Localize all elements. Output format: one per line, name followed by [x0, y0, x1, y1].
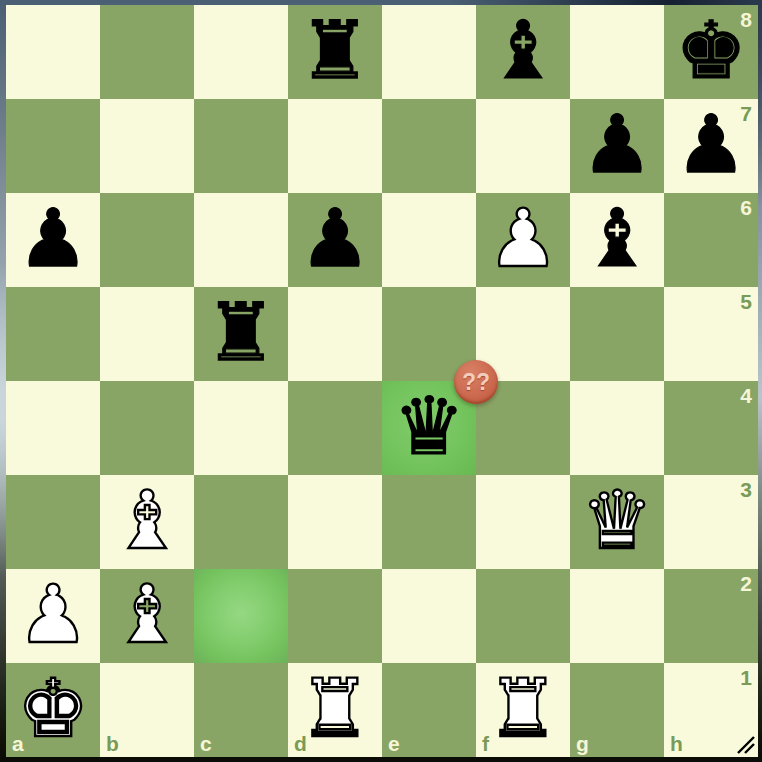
- square-h2[interactable]: 2: [664, 569, 758, 663]
- black-king[interactable]: ♚: [664, 5, 758, 99]
- square-d5[interactable]: [288, 287, 382, 381]
- square-b3[interactable]: ♝: [100, 475, 194, 569]
- rank-label-4: 4: [740, 385, 752, 406]
- square-g2[interactable]: [570, 569, 664, 663]
- app-background: { "game": "chess", "position": "3r1b1k/6…: [0, 0, 762, 762]
- white-bishop[interactable]: ♝: [100, 475, 194, 569]
- file-label-h: h: [670, 733, 683, 754]
- square-c5[interactable]: ♜: [194, 287, 288, 381]
- square-d7[interactable]: [288, 99, 382, 193]
- file-label-g: g: [576, 733, 589, 754]
- square-a1[interactable]: ♚a: [6, 663, 100, 757]
- white-queen[interactable]: ♛: [570, 475, 664, 569]
- square-a2[interactable]: ♟: [6, 569, 100, 663]
- black-bishop[interactable]: ♝: [570, 193, 664, 287]
- rank-label-2: 2: [740, 573, 752, 594]
- square-c6[interactable]: [194, 193, 288, 287]
- square-d3[interactable]: [288, 475, 382, 569]
- square-g5[interactable]: [570, 287, 664, 381]
- square-e6[interactable]: [382, 193, 476, 287]
- white-pawn[interactable]: ♟: [476, 193, 570, 287]
- square-g4[interactable]: [570, 381, 664, 475]
- blunder-annotation-badge: ??: [454, 360, 498, 404]
- white-bishop[interactable]: ♝: [100, 569, 194, 663]
- square-b4[interactable]: [100, 381, 194, 475]
- square-h1[interactable]: 1h: [664, 663, 758, 757]
- square-f1[interactable]: ♜f: [476, 663, 570, 757]
- black-pawn[interactable]: ♟: [570, 99, 664, 193]
- file-label-c: c: [200, 733, 212, 754]
- square-h5[interactable]: 5: [664, 287, 758, 381]
- file-label-b: b: [106, 733, 119, 754]
- square-f3[interactable]: [476, 475, 570, 569]
- rank-label-3: 3: [740, 479, 752, 500]
- square-h7[interactable]: ♟7: [664, 99, 758, 193]
- square-h4[interactable]: 4: [664, 381, 758, 475]
- square-a7[interactable]: [6, 99, 100, 193]
- square-e8[interactable]: [382, 5, 476, 99]
- black-bishop[interactable]: ♝: [476, 5, 570, 99]
- square-f7[interactable]: [476, 99, 570, 193]
- square-e3[interactable]: [382, 475, 476, 569]
- square-g6[interactable]: ♝: [570, 193, 664, 287]
- square-d8[interactable]: ♜: [288, 5, 382, 99]
- square-e4[interactable]: ♛??: [382, 381, 476, 475]
- square-d6[interactable]: ♟: [288, 193, 382, 287]
- square-a6[interactable]: ♟: [6, 193, 100, 287]
- square-b8[interactable]: [100, 5, 194, 99]
- chess-board: ♜♝♚8♟♟7♟♟♟♝6♜5♛??4♝♛3♟♝2♚abc♜de♜fg1h: [6, 5, 758, 757]
- square-h6[interactable]: 6: [664, 193, 758, 287]
- square-b6[interactable]: [100, 193, 194, 287]
- square-d4[interactable]: [288, 381, 382, 475]
- square-g7[interactable]: ♟: [570, 99, 664, 193]
- black-rook[interactable]: ♜: [288, 5, 382, 99]
- square-a5[interactable]: [6, 287, 100, 381]
- rank-label-5: 5: [740, 291, 752, 312]
- square-b7[interactable]: [100, 99, 194, 193]
- white-king[interactable]: ♚: [6, 663, 100, 757]
- square-c2[interactable]: [194, 569, 288, 663]
- square-c3[interactable]: [194, 475, 288, 569]
- file-label-e: e: [388, 733, 400, 754]
- square-e7[interactable]: [382, 99, 476, 193]
- square-b1[interactable]: b: [100, 663, 194, 757]
- white-pawn[interactable]: ♟: [6, 569, 100, 663]
- square-a3[interactable]: [6, 475, 100, 569]
- square-d2[interactable]: [288, 569, 382, 663]
- square-g8[interactable]: [570, 5, 664, 99]
- white-rook[interactable]: ♜: [288, 663, 382, 757]
- square-e2[interactable]: [382, 569, 476, 663]
- square-g1[interactable]: g: [570, 663, 664, 757]
- rank-label-1: 1: [740, 667, 752, 688]
- square-c1[interactable]: c: [194, 663, 288, 757]
- square-h3[interactable]: 3: [664, 475, 758, 569]
- square-c7[interactable]: [194, 99, 288, 193]
- black-rook[interactable]: ♜: [194, 287, 288, 381]
- square-f6[interactable]: ♟: [476, 193, 570, 287]
- square-b5[interactable]: [100, 287, 194, 381]
- square-h8[interactable]: ♚8: [664, 5, 758, 99]
- black-pawn[interactable]: ♟: [6, 193, 100, 287]
- black-pawn[interactable]: ♟: [664, 99, 758, 193]
- square-d1[interactable]: ♜d: [288, 663, 382, 757]
- square-f8[interactable]: ♝: [476, 5, 570, 99]
- square-g3[interactable]: ♛: [570, 475, 664, 569]
- square-f2[interactable]: [476, 569, 570, 663]
- black-pawn[interactable]: ♟: [288, 193, 382, 287]
- square-c8[interactable]: [194, 5, 288, 99]
- square-b2[interactable]: ♝: [100, 569, 194, 663]
- square-e1[interactable]: e: [382, 663, 476, 757]
- white-rook[interactable]: ♜: [476, 663, 570, 757]
- rank-label-6: 6: [740, 197, 752, 218]
- square-a8[interactable]: [6, 5, 100, 99]
- board-resize-handle-icon[interactable]: [735, 734, 755, 754]
- square-c4[interactable]: [194, 381, 288, 475]
- square-a4[interactable]: [6, 381, 100, 475]
